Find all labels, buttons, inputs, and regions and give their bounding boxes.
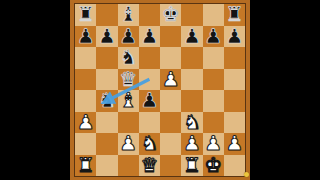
square-c1[interactable] [118, 155, 139, 177]
piece-black-knight-b4[interactable]: ♞ [98, 90, 116, 111]
square-c8[interactable]: ♝ [118, 4, 139, 26]
square-c4[interactable]: ♝ [118, 90, 139, 112]
square-a7[interactable]: ♟ [75, 26, 96, 48]
piece-black-pawn-d7[interactable]: ♟ [140, 25, 158, 46]
square-f2[interactable]: ♟ [181, 133, 202, 155]
piece-white-bishop-c4[interactable]: ♝ [119, 90, 137, 111]
square-h1[interactable] [224, 155, 245, 177]
square-g2[interactable]: ♟ [203, 133, 224, 155]
square-e2[interactable] [160, 133, 181, 155]
square-a1[interactable]: ♜ [75, 155, 96, 177]
square-b6[interactable] [96, 47, 117, 69]
square-b8[interactable] [96, 4, 117, 26]
letterbox-right [250, 0, 320, 180]
piece-black-pawn-g7[interactable]: ♟ [204, 25, 222, 46]
piece-white-rook-a1[interactable]: ♜ [77, 154, 95, 175]
square-b2[interactable] [96, 133, 117, 155]
piece-white-pawn-g2[interactable]: ♟ [204, 133, 222, 154]
square-a3[interactable]: ♟ [75, 112, 96, 134]
piece-white-rook-f1[interactable]: ♜ [183, 154, 201, 175]
square-h5[interactable] [224, 69, 245, 91]
corner-dot [244, 172, 249, 177]
square-f8[interactable] [181, 4, 202, 26]
piece-black-rook-a8[interactable]: ♜ [77, 4, 95, 25]
square-f1[interactable]: ♜ [181, 155, 202, 177]
square-h3[interactable] [224, 112, 245, 134]
square-g8[interactable] [203, 4, 224, 26]
square-d4[interactable]: ♟ [139, 90, 160, 112]
square-c2[interactable]: ♟ [118, 133, 139, 155]
piece-white-pawn-f2[interactable]: ♟ [183, 133, 201, 154]
square-f5[interactable] [181, 69, 202, 91]
piece-black-knight-c6[interactable]: ♞ [119, 47, 137, 68]
square-g7[interactable]: ♟ [203, 26, 224, 48]
square-c6[interactable]: ♞ [118, 47, 139, 69]
piece-black-pawn-b7[interactable]: ♟ [98, 25, 116, 46]
square-g1[interactable]: ♚ [203, 155, 224, 177]
square-f3[interactable]: ♞ [181, 112, 202, 134]
square-h6[interactable] [224, 47, 245, 69]
square-a5[interactable] [75, 69, 96, 91]
piece-white-queen-d1[interactable]: ♛ [140, 154, 158, 175]
square-c7[interactable]: ♟ [118, 26, 139, 48]
square-a4[interactable] [75, 90, 96, 112]
piece-white-king-g1[interactable]: ♚ [204, 154, 222, 175]
piece-black-bishop-c8[interactable]: ♝ [119, 4, 137, 25]
square-e5[interactable]: ♟ [160, 69, 181, 91]
square-b7[interactable]: ♟ [96, 26, 117, 48]
piece-white-pawn-c2[interactable]: ♟ [119, 133, 137, 154]
square-c3[interactable] [118, 112, 139, 134]
square-d7[interactable]: ♟ [139, 26, 160, 48]
square-h2[interactable]: ♟ [224, 133, 245, 155]
board-grid: ♜♝♚♜♟♟♟♟♟♟♟♞♛♟♞♝♟♟♞♟♞♟♟♟♜♛♜♚ [75, 4, 245, 176]
square-h7[interactable]: ♟ [224, 26, 245, 48]
square-e1[interactable] [160, 155, 181, 177]
piece-black-pawn-c7[interactable]: ♟ [119, 25, 137, 46]
square-f7[interactable]: ♟ [181, 26, 202, 48]
square-d8[interactable] [139, 4, 160, 26]
square-b5[interactable] [96, 69, 117, 91]
square-d3[interactable] [139, 112, 160, 134]
square-d5[interactable] [139, 69, 160, 91]
piece-black-pawn-h7[interactable]: ♟ [225, 25, 243, 46]
square-g3[interactable] [203, 112, 224, 134]
piece-black-rook-h8[interactable]: ♜ [225, 4, 243, 25]
square-f4[interactable] [181, 90, 202, 112]
piece-black-pawn-a7[interactable]: ♟ [77, 25, 95, 46]
piece-black-queen-c5[interactable]: ♛ [119, 68, 137, 89]
square-h8[interactable]: ♜ [224, 4, 245, 26]
square-e6[interactable] [160, 47, 181, 69]
piece-white-pawn-e5[interactable]: ♟ [162, 68, 180, 89]
square-e7[interactable] [160, 26, 181, 48]
square-d1[interactable]: ♛ [139, 155, 160, 177]
letterbox-left [0, 0, 70, 180]
piece-white-knight-d2[interactable]: ♞ [140, 133, 158, 154]
square-b4[interactable]: ♞ [96, 90, 117, 112]
square-d6[interactable] [139, 47, 160, 69]
square-e4[interactable] [160, 90, 181, 112]
square-d2[interactable]: ♞ [139, 133, 160, 155]
square-e3[interactable] [160, 112, 181, 134]
piece-white-knight-f3[interactable]: ♞ [183, 111, 201, 132]
piece-white-pawn-a3[interactable]: ♟ [77, 111, 95, 132]
piece-white-pawn-h2[interactable]: ♟ [225, 133, 243, 154]
square-b1[interactable] [96, 155, 117, 177]
square-f6[interactable] [181, 47, 202, 69]
piece-black-pawn-d4[interactable]: ♟ [140, 90, 158, 111]
piece-black-pawn-f7[interactable]: ♟ [183, 25, 201, 46]
square-b3[interactable] [96, 112, 117, 134]
square-g6[interactable] [203, 47, 224, 69]
square-c5[interactable]: ♛ [118, 69, 139, 91]
square-e8[interactable]: ♚ [160, 4, 181, 26]
square-g5[interactable] [203, 69, 224, 91]
square-a2[interactable] [75, 133, 96, 155]
square-a6[interactable] [75, 47, 96, 69]
square-g4[interactable] [203, 90, 224, 112]
square-h4[interactable] [224, 90, 245, 112]
square-a8[interactable]: ♜ [75, 4, 96, 26]
piece-black-king-e8[interactable]: ♚ [162, 4, 180, 25]
chess-board: ♜♝♚♜♟♟♟♟♟♟♟♞♛♟♞♝♟♟♞♟♞♟♟♟♜♛♜♚ [70, 0, 250, 180]
